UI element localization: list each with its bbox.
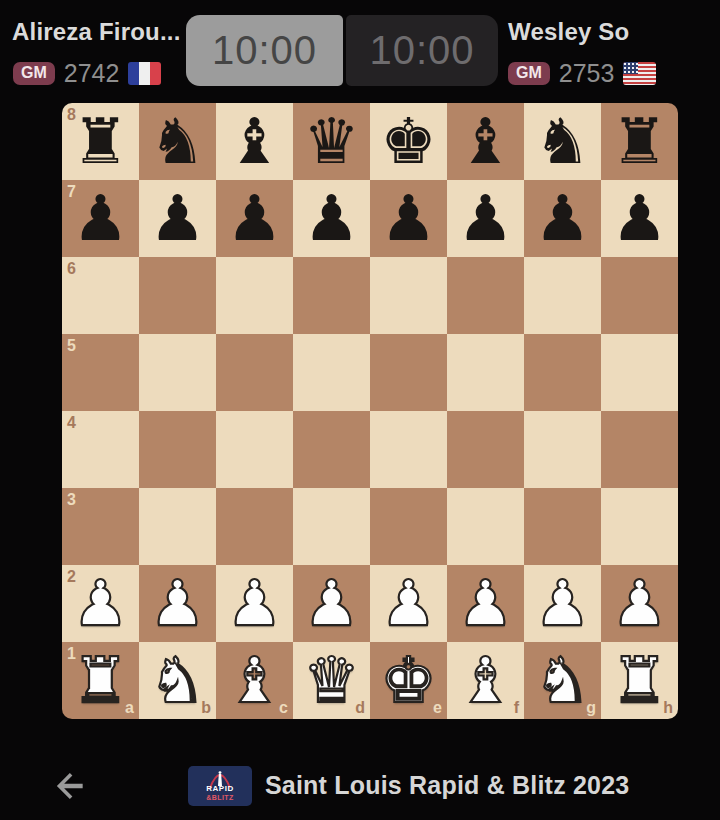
square-g6[interactable] [524, 257, 601, 334]
square-e8[interactable]: ♚ [370, 103, 447, 180]
square-e6[interactable] [370, 257, 447, 334]
piece-black-pawn: ♟ [226, 180, 282, 257]
piece-white-pawn: ♟ [226, 565, 282, 642]
square-f7[interactable]: ♟ [447, 180, 524, 257]
piece-white-pawn: ♟ [457, 565, 513, 642]
square-h6[interactable] [601, 257, 678, 334]
square-b1[interactable]: b♞ [139, 642, 216, 719]
piece-white-rook: ♜ [611, 642, 667, 719]
square-e5[interactable] [370, 334, 447, 411]
rank-label-6: 6 [67, 261, 76, 277]
square-g5[interactable] [524, 334, 601, 411]
square-f1[interactable]: f♝ [447, 642, 524, 719]
square-g1[interactable]: g♞ [524, 642, 601, 719]
piece-black-pawn: ♟ [611, 180, 667, 257]
square-d1[interactable]: d♛ [293, 642, 370, 719]
square-e7[interactable]: ♟ [370, 180, 447, 257]
event-logo-text-1: RAPID [206, 785, 233, 794]
event-title: Saint Louis Rapid & Blitz 2023 [265, 771, 629, 800]
piece-black-pawn: ♟ [534, 180, 590, 257]
rank-label-3: 3 [67, 492, 76, 508]
square-a6[interactable]: 6 [62, 257, 139, 334]
player-name-right: Wesley So [508, 18, 629, 46]
event-logo: RAPID &BLITZ [188, 766, 252, 806]
rank-label-7: 7 [67, 184, 76, 200]
piece-black-pawn: ♟ [149, 180, 205, 257]
piece-white-bishop: ♝ [226, 642, 282, 719]
piece-white-pawn: ♟ [534, 565, 590, 642]
piece-black-bishop: ♝ [457, 103, 513, 180]
file-label-b: b [201, 700, 211, 716]
piece-white-knight: ♞ [149, 642, 205, 719]
piece-black-bishop: ♝ [226, 103, 282, 180]
square-c8[interactable]: ♝ [216, 103, 293, 180]
piece-white-pawn: ♟ [380, 565, 436, 642]
square-e3[interactable] [370, 488, 447, 565]
piece-black-knight: ♞ [534, 103, 590, 180]
square-h4[interactable] [601, 411, 678, 488]
square-b6[interactable] [139, 257, 216, 334]
square-f6[interactable] [447, 257, 524, 334]
france-flag-icon [128, 62, 161, 85]
rank-label-8: 8 [67, 107, 76, 123]
rank-label-4: 4 [67, 415, 76, 431]
player-name-left: Alireza Firou... [12, 18, 181, 46]
clock-white: 10:00 [186, 15, 343, 86]
square-b8[interactable]: ♞ [139, 103, 216, 180]
square-b3[interactable] [139, 488, 216, 565]
rank-label-5: 5 [67, 338, 76, 354]
file-label-f: f [514, 700, 519, 716]
square-d4[interactable] [293, 411, 370, 488]
piece-black-rook: ♜ [72, 103, 128, 180]
square-d6[interactable] [293, 257, 370, 334]
square-c4[interactable] [216, 411, 293, 488]
square-c3[interactable] [216, 488, 293, 565]
square-f2[interactable]: ♟ [447, 565, 524, 642]
chess-board[interactable]: 8♜♞♝♛♚♝♞♜7♟♟♟♟♟♟♟♟65432♟♟♟♟♟♟♟♟1a♜b♞c♝d♛… [62, 103, 678, 719]
back-button[interactable] [50, 766, 90, 806]
square-f8[interactable]: ♝ [447, 103, 524, 180]
piece-black-pawn: ♟ [72, 180, 128, 257]
square-h2[interactable]: ♟ [601, 565, 678, 642]
piece-white-pawn: ♟ [149, 565, 205, 642]
square-d7[interactable]: ♟ [293, 180, 370, 257]
piece-white-bishop: ♝ [457, 642, 513, 719]
square-f4[interactable] [447, 411, 524, 488]
square-a4[interactable]: 4 [62, 411, 139, 488]
file-label-c: c [279, 700, 288, 716]
square-f5[interactable] [447, 334, 524, 411]
square-b5[interactable] [139, 334, 216, 411]
square-c7[interactable]: ♟ [216, 180, 293, 257]
piece-white-rook: ♜ [72, 642, 128, 719]
square-a3[interactable]: 3 [62, 488, 139, 565]
piece-white-queen: ♛ [303, 642, 359, 719]
gm-title-badge: GM [13, 62, 55, 85]
square-d3[interactable] [293, 488, 370, 565]
square-a7[interactable]: 7♟ [62, 180, 139, 257]
clock-black: 10:00 [346, 15, 498, 86]
square-e4[interactable] [370, 411, 447, 488]
square-h1[interactable]: h♜ [601, 642, 678, 719]
player-rating: 2742 [64, 59, 120, 88]
square-a1[interactable]: 1a♜ [62, 642, 139, 719]
square-a5[interactable]: 5 [62, 334, 139, 411]
piece-black-knight: ♞ [149, 103, 205, 180]
file-label-h: h [663, 700, 673, 716]
square-h5[interactable] [601, 334, 678, 411]
square-h3[interactable] [601, 488, 678, 565]
piece-black-queen: ♛ [303, 103, 359, 180]
usa-flag-icon [623, 62, 656, 85]
square-g3[interactable] [524, 488, 601, 565]
gm-title-badge: GM [508, 62, 550, 85]
back-arrow-icon [51, 767, 89, 805]
square-e2[interactable]: ♟ [370, 565, 447, 642]
file-label-e: e [433, 700, 442, 716]
square-d8[interactable]: ♛ [293, 103, 370, 180]
square-e1[interactable]: e♚ [370, 642, 447, 719]
piece-white-king: ♚ [380, 642, 436, 719]
event-logo-text-2: &BLITZ [206, 794, 233, 802]
file-label-a: a [125, 700, 134, 716]
player-meta-right: GM 2753 [508, 59, 656, 88]
square-d2[interactable]: ♟ [293, 565, 370, 642]
square-a8[interactable]: 8♜ [62, 103, 139, 180]
square-g4[interactable] [524, 411, 601, 488]
file-label-d: d [355, 700, 365, 716]
piece-black-pawn: ♟ [380, 180, 436, 257]
piece-black-pawn: ♟ [457, 180, 513, 257]
square-g7[interactable]: ♟ [524, 180, 601, 257]
square-g2[interactable]: ♟ [524, 565, 601, 642]
square-b4[interactable] [139, 411, 216, 488]
square-c1[interactable]: c♝ [216, 642, 293, 719]
piece-white-pawn: ♟ [72, 565, 128, 642]
piece-black-king: ♚ [380, 103, 436, 180]
square-d5[interactable] [293, 334, 370, 411]
square-f3[interactable] [447, 488, 524, 565]
square-g8[interactable]: ♞ [524, 103, 601, 180]
piece-white-knight: ♞ [534, 642, 590, 719]
square-b7[interactable]: ♟ [139, 180, 216, 257]
square-h8[interactable]: ♜ [601, 103, 678, 180]
rank-label-2: 2 [67, 569, 76, 585]
piece-black-rook: ♜ [611, 103, 667, 180]
square-c6[interactable] [216, 257, 293, 334]
square-c2[interactable]: ♟ [216, 565, 293, 642]
square-b2[interactable]: ♟ [139, 565, 216, 642]
square-c5[interactable] [216, 334, 293, 411]
rank-label-1: 1 [67, 646, 76, 662]
piece-white-pawn: ♟ [611, 565, 667, 642]
piece-white-pawn: ♟ [303, 565, 359, 642]
player-rating: 2753 [559, 59, 615, 88]
player-meta-left: GM 2742 [13, 59, 161, 88]
piece-black-pawn: ♟ [303, 180, 359, 257]
square-a2[interactable]: 2♟ [62, 565, 139, 642]
file-label-g: g [586, 700, 596, 716]
square-h7[interactable]: ♟ [601, 180, 678, 257]
